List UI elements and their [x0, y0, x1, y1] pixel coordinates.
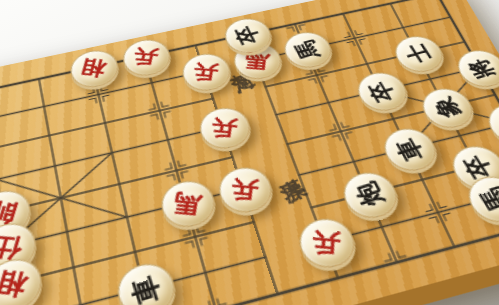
piece-black-soldier[interactable]: 卒 [350, 68, 413, 115]
scene: 楚河 漢界 帥仕相相兵兵馬兵馬兵兵卒馬士將卒象車象炮卒馬卒車 [0, 0, 499, 305]
piece-black-cannon[interactable]: 炮 [335, 167, 403, 223]
piece-glyph: 象 [495, 110, 499, 137]
piece-red-elephant[interactable]: 相 [0, 252, 44, 305]
piece-glyph: 兵 [209, 116, 237, 139]
piece-glyph: 兵 [229, 177, 259, 202]
piece-glyph: 兵 [131, 47, 159, 67]
piece-glyph: 馬 [171, 190, 202, 216]
xiangqi-board: 楚河 漢界 帥仕相相兵兵馬兵馬兵兵卒馬士將卒象車象炮卒馬卒車 [0, 0, 499, 305]
piece-black-advisor[interactable]: 士 [387, 31, 448, 75]
piece-red-elephant[interactable]: 相 [66, 46, 121, 91]
piece-black-general[interactable]: 將 [449, 46, 499, 91]
piece-glyph: 馬 [291, 38, 322, 61]
piece-red-soldier[interactable]: 兵 [118, 35, 173, 79]
piece-glyph: 馬 [476, 184, 499, 214]
piece-glyph: 卒 [232, 23, 262, 46]
piece-glyph: 帥 [0, 200, 19, 226]
piece-black-chariot[interactable]: 車 [112, 258, 179, 305]
piece-glyph: 將 [464, 56, 497, 80]
piece-red-soldier[interactable]: 兵 [177, 49, 235, 94]
piece-glyph: 士 [401, 41, 433, 64]
piece-red-horse[interactable]: 馬 [155, 175, 219, 231]
piece-glyph: 兵 [191, 61, 218, 82]
piece-glyph: 卒 [364, 78, 397, 103]
piece-red-soldier[interactable]: 兵 [194, 103, 255, 153]
piece-glyph: 相 [79, 58, 108, 79]
piece-black-horse[interactable]: 馬 [278, 28, 337, 72]
piece-glyph: 兵 [311, 229, 340, 256]
piece-glyph: 馬 [243, 50, 269, 70]
photo-stage: 楚河 漢界 帥仕相相兵兵馬兵馬兵兵卒馬士將卒象車象炮卒馬卒車 [0, 0, 499, 305]
piece-glyph: 象 [429, 94, 463, 120]
piece-glyph: 車 [127, 272, 163, 305]
piece-black-chariot[interactable]: 車 [376, 123, 442, 175]
piece-glyph: 炮 [351, 179, 387, 209]
piece-black-elephant[interactable]: 象 [479, 99, 499, 149]
piece-red-soldier[interactable]: 兵 [212, 162, 276, 217]
piece-glyph: 仕 [0, 233, 24, 261]
board-tilt: 楚河 漢界 帥仕相相兵兵馬兵馬兵兵卒馬士將卒象車象炮卒馬卒車 [0, 0, 499, 305]
pieces-layer: 帥仕相相兵兵馬兵馬兵兵卒馬士將卒象車象炮卒馬卒車 [0, 0, 499, 305]
piece-glyph: 相 [0, 269, 29, 298]
piece-black-elephant[interactable]: 象 [414, 83, 479, 131]
piece-red-soldier[interactable]: 兵 [291, 213, 360, 273]
piece-glyph: 車 [391, 135, 426, 163]
